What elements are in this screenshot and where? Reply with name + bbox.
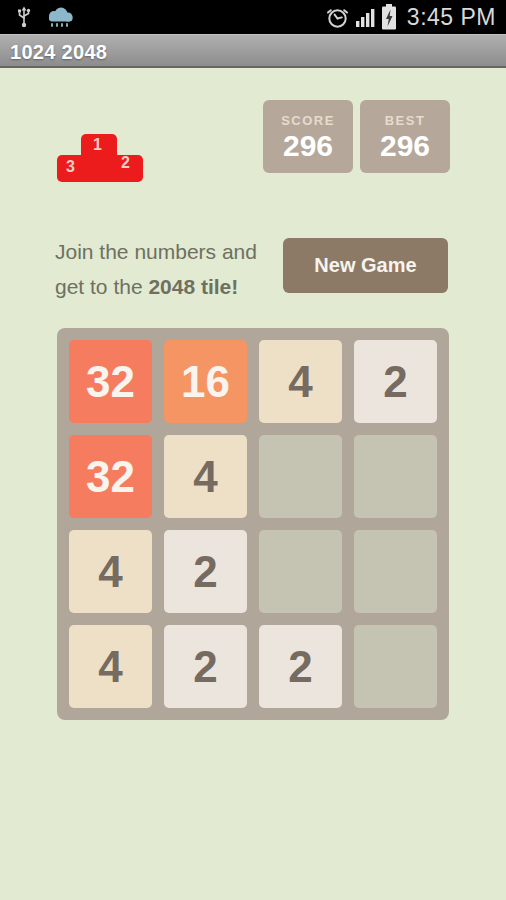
score-label: SCORE (281, 113, 335, 128)
tile-4-r3c1: 4 (69, 530, 152, 613)
battery-charging-icon (381, 4, 397, 30)
board[interactable]: 32164232442422 (57, 328, 449, 720)
status-bar-right: 3:45 PM (325, 0, 496, 34)
tile-4-r2c2: 4 (164, 435, 247, 518)
podium-number-2: 2 (121, 155, 130, 171)
intro-line2-goal: 2048 tile! (148, 275, 238, 298)
rain-cloud-icon (45, 7, 75, 27)
tile-16-r1c2: 16 (164, 340, 247, 423)
best-box: BEST 296 (360, 100, 450, 173)
score-box: SCORE 296 (263, 100, 353, 173)
best-value: 296 (380, 131, 430, 161)
tile-2-r3c2: 2 (164, 530, 247, 613)
score-value: 296 (283, 131, 333, 161)
empty-cell-r2c4 (354, 435, 437, 518)
status-time: 3:45 PM (407, 4, 496, 31)
app-screen: 3:45 PM 1024 2048 1 3 2 SCORE 296 BEST 2… (0, 0, 506, 900)
podium-icon: 1 3 2 (57, 134, 143, 182)
intro-line1: Join the numbers and (55, 240, 257, 263)
intro-line2-prefix: get to the (55, 275, 148, 298)
app-title: 1024 2048 (10, 40, 107, 63)
status-bar-left (16, 0, 75, 34)
empty-cell-r2c3 (259, 435, 342, 518)
usb-icon (16, 6, 32, 28)
empty-cell-r3c3 (259, 530, 342, 613)
best-label: BEST (385, 113, 426, 128)
empty-cell-r3c4 (354, 530, 437, 613)
podium-number-3: 3 (66, 159, 75, 175)
alarm-clock-icon (325, 5, 350, 30)
tile-4-r1c3: 4 (259, 340, 342, 423)
title-bar: 1024 2048 (0, 34, 506, 68)
tile-2-r4c2: 2 (164, 625, 247, 708)
empty-cell-r4c4 (354, 625, 437, 708)
podium-number-1: 1 (93, 137, 102, 153)
tile-32-r2c1: 32 (69, 435, 152, 518)
signal-bars-icon (356, 8, 375, 27)
status-bar: 3:45 PM (0, 0, 506, 34)
new-game-button[interactable]: New Game (283, 238, 448, 293)
tile-2-r4c3: 2 (259, 625, 342, 708)
tile-4-r4c1: 4 (69, 625, 152, 708)
tile-2-r1c4: 2 (354, 340, 437, 423)
intro-text: Join the numbers and get to the 2048 til… (55, 234, 285, 304)
tile-32-r1c1: 32 (69, 340, 152, 423)
